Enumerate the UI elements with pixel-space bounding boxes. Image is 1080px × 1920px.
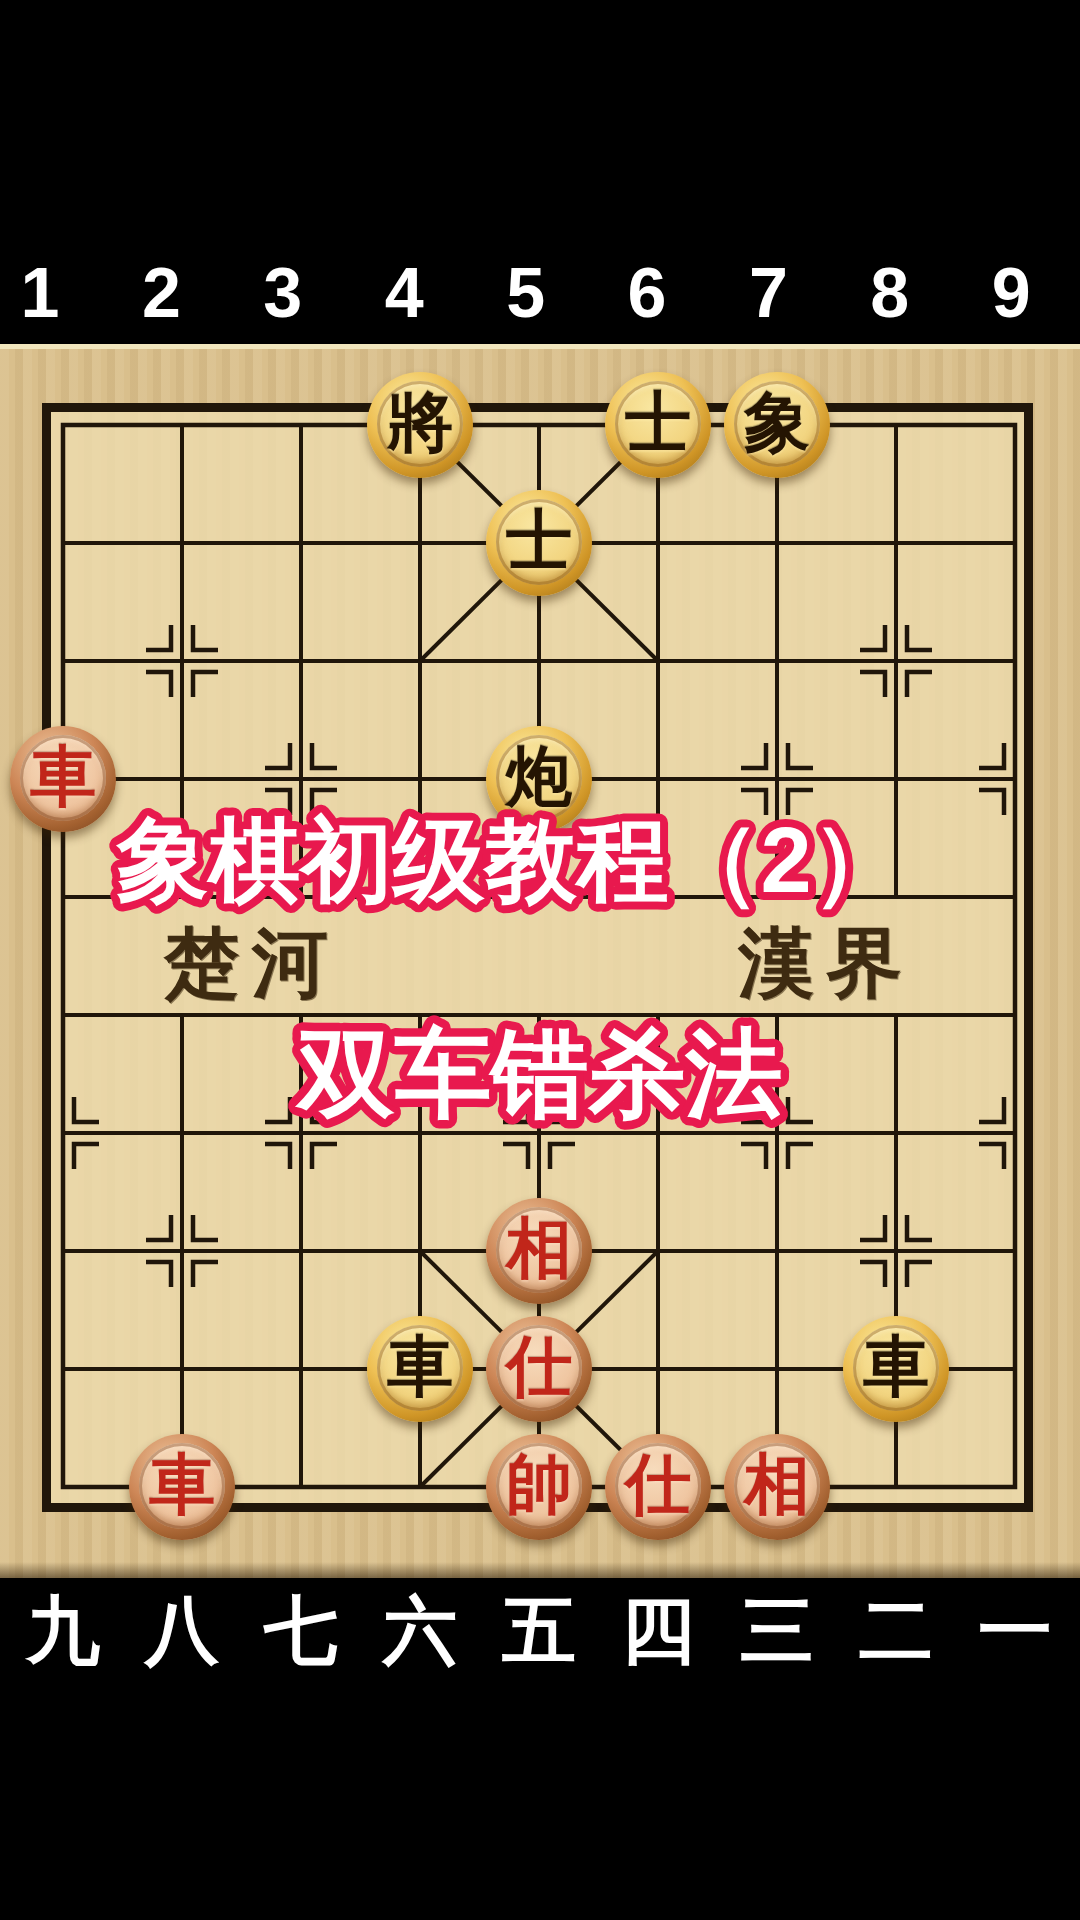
piece-face: 仕 xyxy=(496,1325,582,1411)
top-file-label-3: 3 xyxy=(263,258,302,328)
bottom-file-label-三: 三 xyxy=(740,1594,814,1668)
piece-red-仕-f4r8[interactable]: 仕 xyxy=(486,1316,592,1422)
bottom-file-label-二: 二 xyxy=(859,1594,933,1668)
piece-black-炮-f4r3[interactable]: 炮 xyxy=(486,726,592,832)
piece-character: 車 xyxy=(149,1452,215,1520)
piece-black-將-f3r0[interactable]: 將 xyxy=(367,372,473,478)
top-file-label-9: 9 xyxy=(992,258,1031,328)
piece-character: 車 xyxy=(387,1334,453,1402)
piece-face: 仕 xyxy=(615,1443,701,1529)
bottom-file-label-一: 一 xyxy=(978,1594,1052,1668)
piece-face: 象 xyxy=(734,381,820,467)
top-file-label-8: 8 xyxy=(870,258,909,328)
piece-red-車-f0r3[interactable]: 車 xyxy=(10,726,116,832)
piece-character: 車 xyxy=(30,744,96,812)
piece-character: 仕 xyxy=(625,1452,691,1520)
bottom-file-label-七: 七 xyxy=(264,1594,338,1668)
piece-face: 車 xyxy=(853,1325,939,1411)
piece-character: 帥 xyxy=(506,1452,572,1520)
top-file-label-2: 2 xyxy=(142,258,181,328)
piece-face: 帥 xyxy=(496,1443,582,1529)
top-file-label-7: 7 xyxy=(749,258,788,328)
piece-black-車-f3r8[interactable]: 車 xyxy=(367,1316,473,1422)
piece-character: 炮 xyxy=(506,744,572,812)
piece-face: 士 xyxy=(496,499,582,585)
piece-face: 車 xyxy=(377,1325,463,1411)
piece-face: 將 xyxy=(377,381,463,467)
piece-face: 相 xyxy=(496,1207,582,1293)
piece-red-相-f4r7[interactable]: 相 xyxy=(486,1198,592,1304)
piece-character: 士 xyxy=(625,390,691,458)
piece-black-士-f5r0[interactable]: 士 xyxy=(605,372,711,478)
bottom-file-label-八: 八 xyxy=(145,1594,219,1668)
piece-character: 士 xyxy=(506,508,572,576)
top-letterbox-bar: 123456789 xyxy=(0,0,1080,344)
piece-face: 車 xyxy=(139,1443,225,1529)
bottom-file-label-六: 六 xyxy=(383,1594,457,1668)
piece-character: 仕 xyxy=(506,1334,572,1402)
top-file-label-4: 4 xyxy=(385,258,424,328)
piece-character: 車 xyxy=(863,1334,929,1402)
piece-character: 相 xyxy=(744,1452,810,1520)
bottom-letterbox-bar: 九八七六五四三二一 xyxy=(0,1578,1080,1920)
piece-face: 士 xyxy=(615,381,701,467)
top-file-label-5: 5 xyxy=(506,258,545,328)
piece-face: 炮 xyxy=(496,735,582,821)
piece-character: 相 xyxy=(506,1216,572,1284)
piece-red-車-f1r9[interactable]: 車 xyxy=(129,1434,235,1540)
piece-face: 車 xyxy=(20,735,106,821)
top-file-label-1: 1 xyxy=(21,258,60,328)
bottom-file-label-四: 四 xyxy=(621,1594,695,1668)
bottom-file-label-九: 九 xyxy=(26,1594,100,1668)
piece-red-相-f6r9[interactable]: 相 xyxy=(724,1434,830,1540)
piece-red-帥-f4r9[interactable]: 帥 xyxy=(486,1434,592,1540)
piece-black-車-f7r8[interactable]: 車 xyxy=(843,1316,949,1422)
piece-face: 相 xyxy=(734,1443,820,1529)
bottom-file-label-五: 五 xyxy=(502,1594,576,1668)
piece-black-象-f6r0[interactable]: 象 xyxy=(724,372,830,478)
piece-red-仕-f5r9[interactable]: 仕 xyxy=(605,1434,711,1540)
piece-character: 將 xyxy=(387,390,453,458)
top-file-label-6: 6 xyxy=(628,258,667,328)
video-frame: 楚河 漢界 將士象士炮車相車仕車車帥仕相 象棋初级教程（2） 双车错杀法 123… xyxy=(0,0,1080,1920)
piece-character: 象 xyxy=(744,390,810,458)
piece-black-士-f4r1[interactable]: 士 xyxy=(486,490,592,596)
